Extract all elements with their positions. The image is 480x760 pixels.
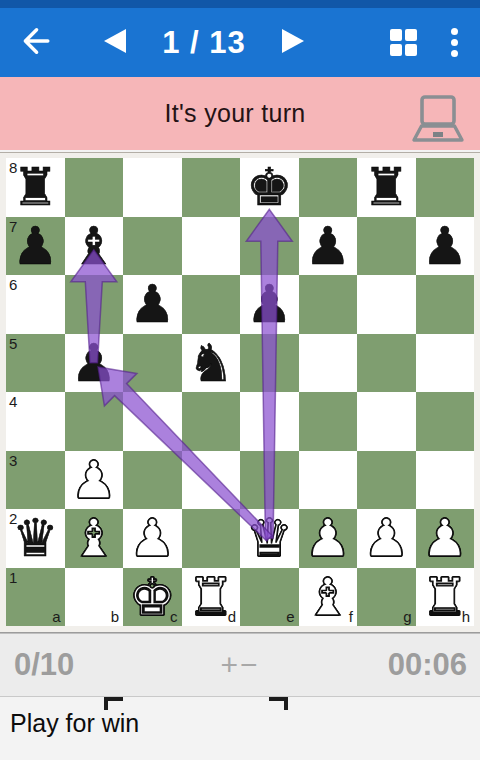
back-button[interactable] bbox=[14, 23, 54, 63]
square-b3[interactable]: ♟ bbox=[65, 451, 124, 510]
square-d8[interactable] bbox=[182, 158, 241, 217]
square-f1[interactable]: f♝ bbox=[299, 568, 358, 627]
square-d4[interactable] bbox=[182, 392, 241, 451]
wP-piece-b3[interactable]: ♟ bbox=[65, 451, 124, 510]
bP-piece-f7[interactable]: ♟ bbox=[299, 217, 358, 276]
rank-label-7: 7 bbox=[9, 218, 17, 235]
square-g4[interactable] bbox=[357, 392, 416, 451]
rank-label-6: 6 bbox=[9, 276, 17, 293]
square-h3[interactable] bbox=[416, 451, 475, 510]
square-e4[interactable] bbox=[240, 392, 299, 451]
square-d2[interactable] bbox=[182, 509, 241, 568]
square-b4[interactable] bbox=[65, 392, 124, 451]
square-f4[interactable] bbox=[299, 392, 358, 451]
square-g3[interactable] bbox=[357, 451, 416, 510]
square-c8[interactable] bbox=[123, 158, 182, 217]
wP-piece-g2[interactable]: ♟ bbox=[357, 509, 416, 568]
bracket-mark-right bbox=[269, 697, 288, 710]
square-b2[interactable]: ♝ bbox=[65, 509, 124, 568]
square-e2[interactable]: ♛ bbox=[240, 509, 299, 568]
rank-label-4: 4 bbox=[9, 393, 17, 410]
wP-piece-f2[interactable]: ♟ bbox=[299, 509, 358, 568]
wP-piece-c2[interactable]: ♟ bbox=[123, 509, 182, 568]
square-a7[interactable]: 7♟ bbox=[6, 217, 65, 276]
grid-view-button[interactable] bbox=[390, 29, 417, 56]
bR-piece-g8[interactable]: ♜ bbox=[357, 158, 416, 217]
grid-icon bbox=[390, 29, 417, 56]
square-d3[interactable] bbox=[182, 451, 241, 510]
square-f6[interactable] bbox=[299, 275, 358, 334]
rank-label-2: 2 bbox=[9, 510, 17, 527]
arrow-left-icon bbox=[15, 22, 53, 63]
square-e7[interactable] bbox=[240, 217, 299, 276]
bB-piece-b7[interactable]: ♝ bbox=[65, 217, 124, 276]
computer-icon bbox=[408, 94, 468, 150]
square-h7[interactable]: ♟ bbox=[416, 217, 475, 276]
square-a6[interactable]: 6 bbox=[6, 275, 65, 334]
result-bar: 0/10 +− 00:06 bbox=[0, 633, 480, 697]
overflow-menu-button[interactable] bbox=[451, 28, 458, 57]
page-indicator: 1 / 13 bbox=[162, 25, 246, 61]
square-c3[interactable] bbox=[123, 451, 182, 510]
square-h2[interactable]: ♟ bbox=[416, 509, 475, 568]
square-d6[interactable] bbox=[182, 275, 241, 334]
turn-banner-text: It's your turn bbox=[165, 99, 306, 128]
file-label-d: d bbox=[228, 608, 236, 625]
square-c4[interactable] bbox=[123, 392, 182, 451]
app-bar: 1 / 13 bbox=[0, 8, 480, 77]
square-e3[interactable] bbox=[240, 451, 299, 510]
square-g2[interactable]: ♟ bbox=[357, 509, 416, 568]
bN-piece-d5[interactable]: ♞ bbox=[182, 334, 241, 393]
square-b6[interactable] bbox=[65, 275, 124, 334]
square-a5[interactable]: 5 bbox=[6, 334, 65, 393]
square-c5[interactable] bbox=[123, 334, 182, 393]
square-f5[interactable] bbox=[299, 334, 358, 393]
square-c1[interactable]: c♚ bbox=[123, 568, 182, 627]
file-label-h: h bbox=[462, 608, 470, 625]
square-a3[interactable]: 3 bbox=[6, 451, 65, 510]
bP-piece-e6[interactable]: ♟ bbox=[240, 275, 299, 334]
rank-label-1: 1 bbox=[9, 569, 17, 586]
wQ-piece-e2[interactable]: ♛ bbox=[240, 509, 299, 568]
status-bar bbox=[0, 0, 480, 8]
square-b1[interactable]: b bbox=[65, 568, 124, 627]
triangle-right-icon bbox=[282, 27, 306, 58]
rank-label-5: 5 bbox=[9, 335, 17, 352]
bK-piece-e8[interactable]: ♚ bbox=[240, 158, 299, 217]
square-c6[interactable]: ♟ bbox=[123, 275, 182, 334]
file-label-f: f bbox=[349, 608, 353, 625]
rank-label-3: 3 bbox=[9, 452, 17, 469]
file-label-c: c bbox=[170, 608, 178, 625]
bP-piece-h7[interactable]: ♟ bbox=[416, 217, 475, 276]
square-h8[interactable] bbox=[416, 158, 475, 217]
file-label-b: b bbox=[111, 608, 119, 625]
square-a8[interactable]: 8♜ bbox=[6, 158, 65, 217]
turn-banner: It's your turn bbox=[0, 77, 480, 150]
square-h4[interactable] bbox=[416, 392, 475, 451]
square-d1[interactable]: d♜ bbox=[182, 568, 241, 627]
square-g6[interactable] bbox=[357, 275, 416, 334]
square-h6[interactable] bbox=[416, 275, 475, 334]
square-g5[interactable] bbox=[357, 334, 416, 393]
square-d5[interactable]: ♞ bbox=[182, 334, 241, 393]
bracket-mark-left bbox=[104, 697, 123, 710]
eval-symbol: +− bbox=[0, 648, 480, 682]
triangle-left-icon bbox=[102, 27, 126, 58]
chess-board[interactable]: 8♜♚♜7♟♝♟♟6♟♟5♟♞43♟2♛♝♟♛♟♟♟1abc♚d♜ef♝gh♜ bbox=[6, 158, 474, 626]
vertical-dots-icon bbox=[451, 28, 458, 57]
square-e1[interactable]: e bbox=[240, 568, 299, 627]
wB-piece-b2[interactable]: ♝ bbox=[65, 509, 124, 568]
square-b7[interactable]: ♝ bbox=[65, 217, 124, 276]
square-b8[interactable] bbox=[65, 158, 124, 217]
square-f2[interactable]: ♟ bbox=[299, 509, 358, 568]
task-panel: Play for win bbox=[0, 697, 480, 759]
square-h1[interactable]: h♜ bbox=[416, 568, 475, 627]
square-a4[interactable]: 4 bbox=[6, 392, 65, 451]
pager: 1 / 13 bbox=[102, 8, 306, 77]
file-label-g: g bbox=[403, 608, 411, 625]
rank-label-8: 8 bbox=[9, 159, 17, 176]
file-label-e: e bbox=[286, 608, 294, 625]
square-b5[interactable]: ♟ bbox=[65, 334, 124, 393]
app-bar-actions bbox=[390, 28, 458, 57]
square-f8[interactable] bbox=[299, 158, 358, 217]
task-title: Play for win bbox=[0, 697, 480, 738]
square-e8[interactable]: ♚ bbox=[240, 158, 299, 217]
bP-piece-b5[interactable]: ♟ bbox=[65, 334, 124, 393]
prev-button[interactable] bbox=[102, 27, 126, 58]
chess-board-frame: 8♜♚♜7♟♝♟♟6♟♟5♟♞43♟2♛♝♟♛♟♟♟1abc♚d♜ef♝gh♜ bbox=[0, 152, 480, 633]
square-c7[interactable] bbox=[123, 217, 182, 276]
square-h5[interactable] bbox=[416, 334, 475, 393]
next-button[interactable] bbox=[282, 27, 306, 58]
square-c2[interactable]: ♟ bbox=[123, 509, 182, 568]
square-e5[interactable] bbox=[240, 334, 299, 393]
file-label-a: a bbox=[52, 608, 60, 625]
square-f7[interactable]: ♟ bbox=[299, 217, 358, 276]
square-a2[interactable]: 2♛ bbox=[6, 509, 65, 568]
wP-piece-h2[interactable]: ♟ bbox=[416, 509, 475, 568]
square-d7[interactable] bbox=[182, 217, 241, 276]
square-g7[interactable] bbox=[357, 217, 416, 276]
square-a1[interactable]: 1a bbox=[6, 568, 65, 627]
square-f3[interactable] bbox=[299, 451, 358, 510]
square-e6[interactable]: ♟ bbox=[240, 275, 299, 334]
bP-piece-c6[interactable]: ♟ bbox=[123, 275, 182, 334]
square-g1[interactable]: g bbox=[357, 568, 416, 627]
square-g8[interactable]: ♜ bbox=[357, 158, 416, 217]
